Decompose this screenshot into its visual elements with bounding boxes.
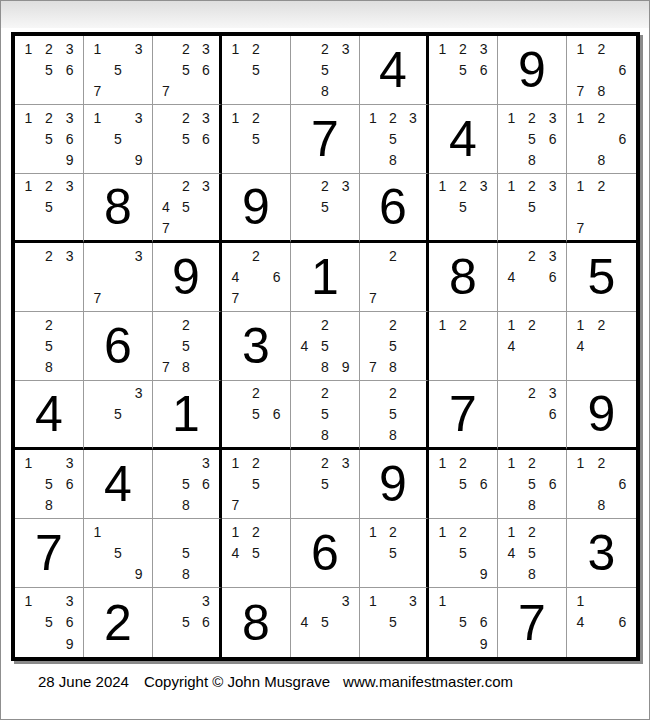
- pencil-marks: 135: [360, 588, 426, 657]
- cell-r9c6[interactable]: 135: [360, 588, 429, 657]
- pencil-marks: 146: [567, 588, 636, 657]
- puzzle-date: 28 June 2024: [38, 673, 129, 690]
- pencil-marks: 13569: [15, 588, 83, 657]
- pencil-marks: 23567: [153, 36, 219, 104]
- pencil-marks: 2467: [222, 243, 290, 311]
- cell-r7c4[interactable]: 1257: [222, 450, 291, 519]
- cell-r1c5[interactable]: 2358: [291, 36, 360, 105]
- given-digit: 9: [222, 174, 290, 240]
- copyright-text: Copyright © John Musgrave: [144, 673, 330, 690]
- cell-r4c5[interactable]: 1: [291, 243, 360, 312]
- cell-r4c2[interactable]: 37: [84, 243, 153, 312]
- footer: 28 June 2024 Copyright © John Musgrave w…: [38, 673, 513, 690]
- cell-r4c3[interactable]: 9: [153, 243, 222, 312]
- pencil-marks: 1245: [222, 519, 290, 587]
- pencil-marks: 1235: [15, 174, 83, 240]
- cell-r1c2[interactable]: 1357: [84, 36, 153, 105]
- cell-r1c6[interactable]: 4: [360, 36, 429, 105]
- pencil-marks: 1268: [567, 450, 636, 518]
- cell-r2c3[interactable]: 2356: [153, 105, 222, 174]
- given-digit: 8: [222, 588, 290, 657]
- pencil-marks: 125: [222, 36, 290, 104]
- cell-r6c8[interactable]: 236: [498, 381, 567, 450]
- cell-r2c6[interactable]: 12358: [360, 105, 429, 174]
- pencil-marks: 12356: [429, 36, 497, 104]
- cell-r6c5[interactable]: 258: [291, 381, 360, 450]
- given-digit: 3: [567, 519, 636, 587]
- given-digit: 7: [429, 381, 497, 447]
- cell-r9c3[interactable]: 356: [153, 588, 222, 657]
- cell-r5c2[interactable]: 6: [84, 312, 153, 381]
- cell-r5c3[interactable]: 2578: [153, 312, 222, 381]
- pencil-marks: 1256: [429, 450, 497, 518]
- cell-r4c4[interactable]: 2467: [222, 243, 291, 312]
- cell-r4c9[interactable]: 5: [567, 243, 636, 312]
- cell-r8c9[interactable]: 3: [567, 519, 636, 588]
- website-url: www.manifestmaster.com: [343, 673, 513, 690]
- pencil-marks: 1268: [567, 105, 636, 173]
- pencil-marks: 125: [222, 105, 290, 173]
- given-digit: 8: [84, 174, 152, 240]
- pencil-marks: 256: [222, 381, 290, 447]
- cell-r7c5[interactable]: 235: [291, 450, 360, 519]
- pencil-marks: 258: [291, 381, 359, 447]
- pencil-marks: 37: [84, 243, 152, 311]
- pencil-marks: 123569: [15, 105, 83, 173]
- given-digit: 7: [291, 105, 359, 173]
- pencil-marks: 125: [360, 519, 426, 587]
- pencil-marks: 2346: [498, 243, 566, 311]
- cell-r1c9[interactable]: 12678: [567, 36, 636, 105]
- cell-r2c7[interactable]: 4: [429, 105, 498, 174]
- cell-r6c3[interactable]: 1: [153, 381, 222, 450]
- given-digit: 6: [84, 312, 152, 380]
- pencil-marks: 12458: [498, 519, 566, 587]
- pencil-marks: 58: [153, 519, 219, 587]
- cell-r7c2[interactable]: 4: [84, 450, 153, 519]
- cell-r8c7[interactable]: 1259: [429, 519, 498, 588]
- cell-r9c1[interactable]: 13569: [15, 588, 84, 657]
- sudoku-board: 1235613572356712523584123569126781235691…: [11, 32, 640, 661]
- cell-r9c5[interactable]: 345: [291, 588, 360, 657]
- cell-r5c8[interactable]: 124: [498, 312, 567, 381]
- pencil-marks: 23457: [153, 174, 219, 240]
- cell-r5c9[interactable]: 124: [567, 312, 636, 381]
- pencil-marks: 1259: [429, 519, 497, 587]
- given-digit: 5: [567, 243, 636, 311]
- page: 1235613572356712523584123569126781235691…: [0, 0, 650, 720]
- cell-r5c6[interactable]: 2578: [360, 312, 429, 381]
- cell-r1c7[interactable]: 12356: [429, 36, 498, 105]
- pencil-marks: 236: [498, 381, 566, 447]
- pencil-marks: 27: [360, 243, 426, 311]
- cell-r3c6[interactable]: 6: [360, 174, 429, 243]
- cell-r8c5[interactable]: 6: [291, 519, 360, 588]
- given-digit: 9: [498, 36, 566, 104]
- cell-r3c3[interactable]: 23457: [153, 174, 222, 243]
- given-digit: 9: [360, 450, 426, 518]
- cell-r8c8[interactable]: 12458: [498, 519, 567, 588]
- cell-r5c7[interactable]: 12: [429, 312, 498, 381]
- cell-r7c3[interactable]: 3568: [153, 450, 222, 519]
- cell-r8c1[interactable]: 7: [15, 519, 84, 588]
- given-digit: 7: [498, 588, 566, 657]
- cell-r7c8[interactable]: 12568: [498, 450, 567, 519]
- cell-r8c4[interactable]: 1245: [222, 519, 291, 588]
- pencil-marks: 1359: [84, 105, 152, 173]
- pencil-marks: 12: [429, 312, 497, 380]
- pencil-marks: 12356: [15, 36, 83, 104]
- cell-r2c1[interactable]: 123569: [15, 105, 84, 174]
- cell-r6c9[interactable]: 9: [567, 381, 636, 450]
- cell-r3c8[interactable]: 1235: [498, 174, 567, 243]
- cell-r3c7[interactable]: 1235: [429, 174, 498, 243]
- pencil-marks: 2358: [291, 36, 359, 104]
- cell-r6c4[interactable]: 256: [222, 381, 291, 450]
- cell-r6c7[interactable]: 7: [429, 381, 498, 450]
- cell-r9c9[interactable]: 146: [567, 588, 636, 657]
- given-digit: 8: [429, 243, 497, 311]
- cell-r9c8[interactable]: 7: [498, 588, 567, 657]
- given-digit: 4: [429, 105, 497, 173]
- cell-r6c2[interactable]: 35: [84, 381, 153, 450]
- cell-r7c7[interactable]: 1256: [429, 450, 498, 519]
- cell-r2c5[interactable]: 7: [291, 105, 360, 174]
- pencil-marks: 1357: [84, 36, 152, 104]
- cell-r7c1[interactable]: 13568: [15, 450, 84, 519]
- pencil-marks: 12678: [567, 36, 636, 104]
- cell-r7c6[interactable]: 9: [360, 450, 429, 519]
- cell-r8c3[interactable]: 58: [153, 519, 222, 588]
- cell-r3c5[interactable]: 235: [291, 174, 360, 243]
- cell-r2c4[interactable]: 125: [222, 105, 291, 174]
- pencil-marks: 235: [291, 450, 359, 518]
- pencil-marks: 235: [291, 174, 359, 240]
- pencil-marks: 123568: [498, 105, 566, 173]
- cell-r9c7[interactable]: 1569: [429, 588, 498, 657]
- pencil-marks: 124: [498, 312, 566, 380]
- cell-r6c6[interactable]: 258: [360, 381, 429, 450]
- cell-r1c4[interactable]: 125: [222, 36, 291, 105]
- given-digit: 2: [84, 588, 152, 657]
- cell-r2c9[interactable]: 1268: [567, 105, 636, 174]
- pencil-marks: 1257: [222, 450, 290, 518]
- pencil-marks: 258: [15, 312, 83, 380]
- cell-r1c8[interactable]: 9: [498, 36, 567, 105]
- cell-r3c2[interactable]: 8: [84, 174, 153, 243]
- pencil-marks: 127: [567, 174, 636, 240]
- cell-r4c7[interactable]: 8: [429, 243, 498, 312]
- given-digit: 1: [153, 381, 219, 447]
- pencil-marks: 345: [291, 588, 359, 657]
- given-digit: 7: [15, 519, 83, 587]
- cell-r3c1[interactable]: 1235: [15, 174, 84, 243]
- given-digit: 9: [153, 243, 219, 311]
- cell-r4c6[interactable]: 27: [360, 243, 429, 312]
- pencil-marks: 24589: [291, 312, 359, 380]
- cell-r9c2[interactable]: 2: [84, 588, 153, 657]
- given-digit: 1: [291, 243, 359, 311]
- cell-r7c9[interactable]: 1268: [567, 450, 636, 519]
- cell-r5c1[interactable]: 258: [15, 312, 84, 381]
- given-digit: 4: [84, 450, 152, 518]
- cell-r6c1[interactable]: 4: [15, 381, 84, 450]
- cell-r4c8[interactable]: 2346: [498, 243, 567, 312]
- given-digit: 6: [360, 174, 426, 240]
- pencil-marks: 159: [84, 519, 152, 587]
- given-digit: 4: [15, 381, 83, 447]
- pencil-marks: 1235: [429, 174, 497, 240]
- cell-r2c2[interactable]: 1359: [84, 105, 153, 174]
- pencil-marks: 35: [84, 381, 152, 447]
- pencil-marks: 258: [360, 381, 426, 447]
- cell-r8c6[interactable]: 125: [360, 519, 429, 588]
- cell-r1c1[interactable]: 12356: [15, 36, 84, 105]
- given-digit: 6: [291, 519, 359, 587]
- cell-r5c4[interactable]: 3: [222, 312, 291, 381]
- given-digit: 3: [222, 312, 290, 380]
- pencil-marks: 12358: [360, 105, 426, 173]
- pencil-marks: 3568: [153, 450, 219, 518]
- pencil-marks: 2578: [360, 312, 426, 380]
- pencil-marks: 13568: [15, 450, 83, 518]
- pencil-marks: 2356: [153, 105, 219, 173]
- given-digit: 9: [567, 381, 636, 447]
- cell-r5c5[interactable]: 24589: [291, 312, 360, 381]
- cell-r8c2[interactable]: 159: [84, 519, 153, 588]
- pencil-marks: 1235: [498, 174, 566, 240]
- pencil-marks: 23: [15, 243, 83, 311]
- pencil-marks: 12568: [498, 450, 566, 518]
- top-toolbar-strip: [1, 1, 649, 28]
- cell-r1c3[interactable]: 23567: [153, 36, 222, 105]
- given-digit: 4: [360, 36, 426, 104]
- cell-r9c4[interactable]: 8: [222, 588, 291, 657]
- cell-r4c1[interactable]: 23: [15, 243, 84, 312]
- cell-r2c8[interactable]: 123568: [498, 105, 567, 174]
- cell-r3c9[interactable]: 127: [567, 174, 636, 243]
- pencil-marks: 1569: [429, 588, 497, 657]
- pencil-marks: 124: [567, 312, 636, 380]
- cell-r3c4[interactable]: 9: [222, 174, 291, 243]
- pencil-marks: 2578: [153, 312, 219, 380]
- pencil-marks: 356: [153, 588, 219, 657]
